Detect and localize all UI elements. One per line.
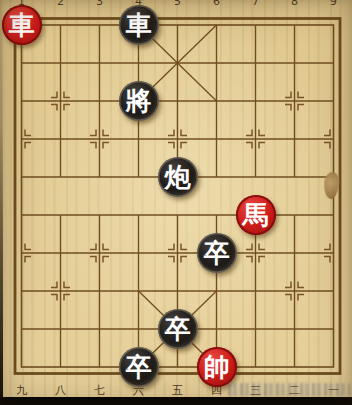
file-label-bottom-3: 七 — [94, 385, 105, 396]
red-general-glyph: 帥 — [204, 347, 230, 387]
black-general[interactable]: 將 — [119, 81, 159, 121]
left-dark-edge — [0, 0, 3, 405]
red-horse[interactable]: 馬 — [236, 195, 276, 235]
file-label-bottom-5: 五 — [172, 385, 183, 396]
black-soldier-3[interactable]: 卒 — [119, 347, 159, 387]
red-general[interactable]: 帥 — [197, 347, 237, 387]
bottom-black-bar — [0, 397, 352, 405]
black-cannon[interactable]: 炮 — [158, 157, 198, 197]
xiangqi-board: 123456789 九八七六五四三二一 車車將炮馬卒卒卒帥 — [0, 0, 352, 405]
black-chariot-glyph: 車 — [126, 5, 152, 45]
red-chariot[interactable]: 車 — [2, 5, 42, 45]
black-soldier-2[interactable]: 卒 — [158, 309, 198, 349]
red-horse-glyph: 馬 — [243, 195, 269, 235]
file-label-bottom-2: 八 — [55, 385, 66, 396]
pieces-layer: 車車將炮馬卒卒卒帥 — [2, 6, 352, 386]
black-soldier-2-glyph: 卒 — [165, 309, 191, 349]
black-general-glyph: 將 — [126, 81, 152, 121]
watermark-smudge — [228, 383, 350, 396]
black-soldier-3-glyph: 卒 — [126, 347, 152, 387]
black-cannon-glyph: 炮 — [165, 157, 191, 197]
black-chariot[interactable]: 車 — [119, 5, 159, 45]
file-label-bottom-1: 九 — [16, 385, 27, 396]
red-chariot-glyph: 車 — [9, 5, 35, 45]
black-soldier-1[interactable]: 卒 — [197, 233, 237, 273]
black-soldier-1-glyph: 卒 — [204, 233, 230, 273]
